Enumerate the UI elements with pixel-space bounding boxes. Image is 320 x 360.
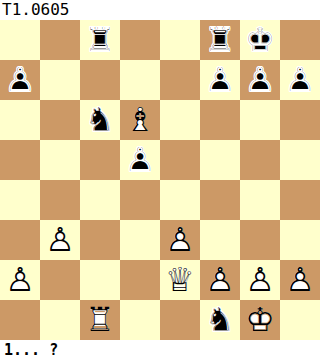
square-h4[interactable]	[280, 180, 320, 220]
square-a5[interactable]	[0, 140, 40, 180]
square-h5[interactable]	[280, 140, 320, 180]
square-f8[interactable]: ♜♖	[200, 20, 240, 60]
move-prompt: 1... ?	[0, 340, 320, 360]
square-h3[interactable]	[280, 220, 320, 260]
square-d3[interactable]	[120, 220, 160, 260]
square-e7[interactable]	[160, 60, 200, 100]
square-c3[interactable]	[80, 220, 120, 260]
square-f3[interactable]	[200, 220, 240, 260]
square-c2[interactable]	[80, 260, 120, 300]
square-h2[interactable]: ♟♙	[280, 260, 320, 300]
square-d5[interactable]: ♟♙	[120, 140, 160, 180]
square-d4[interactable]	[120, 180, 160, 220]
rook-glyph-outline: ♖	[200, 20, 240, 60]
piece-black-pawn[interactable]: ♟♙	[0, 60, 40, 100]
square-h6[interactable]	[280, 100, 320, 140]
square-b7[interactable]	[40, 60, 80, 100]
square-a8[interactable]	[0, 20, 40, 60]
square-f1[interactable]: ♞♘	[200, 300, 240, 340]
pawn-glyph-outline: ♙	[120, 140, 160, 180]
knight-glyph-outline: ♘	[200, 300, 240, 340]
square-c8[interactable]: ♜♖	[80, 20, 120, 60]
square-a6[interactable]	[0, 100, 40, 140]
queen-glyph-outline: ♕	[160, 260, 200, 300]
square-g2[interactable]: ♟♙	[240, 260, 280, 300]
piece-black-pawn[interactable]: ♟♙	[120, 140, 160, 180]
rook-glyph-outline: ♖	[80, 20, 120, 60]
square-g6[interactable]	[240, 100, 280, 140]
piece-white-pawn[interactable]: ♟♙	[160, 220, 200, 260]
piece-black-rook[interactable]: ♜♖	[80, 20, 120, 60]
piece-black-pawn[interactable]: ♟♙	[280, 60, 320, 100]
square-f4[interactable]	[200, 180, 240, 220]
piece-white-pawn[interactable]: ♟♙	[40, 220, 80, 260]
square-g3[interactable]	[240, 220, 280, 260]
chess-board: ♜♖♜♖♚♔♟♙♟♙♟♙♟♙♞♘♝♗♟♙♟♙♟♙♟♙♛♕♟♙♟♙♟♙♜♖♞♘♚♔	[0, 20, 320, 340]
piece-white-king[interactable]: ♚♔	[240, 300, 280, 340]
square-e5[interactable]	[160, 140, 200, 180]
square-b4[interactable]	[40, 180, 80, 220]
square-h7[interactable]: ♟♙	[280, 60, 320, 100]
piece-black-knight[interactable]: ♞♘	[200, 300, 240, 340]
piece-white-pawn[interactable]: ♟♙	[240, 260, 280, 300]
square-c1[interactable]: ♜♖	[80, 300, 120, 340]
square-g5[interactable]	[240, 140, 280, 180]
square-g7[interactable]: ♟♙	[240, 60, 280, 100]
square-g8[interactable]: ♚♔	[240, 20, 280, 60]
pawn-glyph-outline: ♙	[0, 260, 40, 300]
square-f7[interactable]: ♟♙	[200, 60, 240, 100]
square-h1[interactable]	[280, 300, 320, 340]
square-h8[interactable]	[280, 20, 320, 60]
piece-white-pawn[interactable]: ♟♙	[200, 260, 240, 300]
pawn-glyph-outline: ♙	[200, 60, 240, 100]
square-b6[interactable]	[40, 100, 80, 140]
square-e1[interactable]	[160, 300, 200, 340]
square-e6[interactable]	[160, 100, 200, 140]
piece-white-queen[interactable]: ♛♕	[160, 260, 200, 300]
square-f2[interactable]: ♟♙	[200, 260, 240, 300]
pawn-glyph-outline: ♙	[240, 260, 280, 300]
square-e2[interactable]: ♛♕	[160, 260, 200, 300]
square-g4[interactable]	[240, 180, 280, 220]
square-g1[interactable]: ♚♔	[240, 300, 280, 340]
square-d1[interactable]	[120, 300, 160, 340]
bishop-glyph-outline: ♗	[120, 100, 160, 140]
piece-white-bishop[interactable]: ♝♗	[120, 100, 160, 140]
square-a7[interactable]: ♟♙	[0, 60, 40, 100]
square-d2[interactable]	[120, 260, 160, 300]
square-d7[interactable]	[120, 60, 160, 100]
square-a4[interactable]	[0, 180, 40, 220]
pawn-glyph-outline: ♙	[160, 220, 200, 260]
pawn-glyph-outline: ♙	[240, 60, 280, 100]
piece-black-king[interactable]: ♚♔	[240, 20, 280, 60]
square-a1[interactable]	[0, 300, 40, 340]
square-b1[interactable]	[40, 300, 80, 340]
square-c7[interactable]	[80, 60, 120, 100]
square-c6[interactable]: ♞♘	[80, 100, 120, 140]
king-glyph-outline: ♔	[240, 20, 280, 60]
square-c5[interactable]	[80, 140, 120, 180]
square-e4[interactable]	[160, 180, 200, 220]
pawn-glyph-outline: ♙	[280, 260, 320, 300]
pawn-glyph-outline: ♙	[200, 260, 240, 300]
king-glyph-outline: ♔	[240, 300, 280, 340]
pawn-glyph-outline: ♙	[0, 60, 40, 100]
square-f5[interactable]	[200, 140, 240, 180]
piece-black-pawn[interactable]: ♟♙	[240, 60, 280, 100]
pawn-glyph-outline: ♙	[280, 60, 320, 100]
piece-white-pawn[interactable]: ♟♙	[0, 260, 40, 300]
piece-white-rook[interactable]: ♜♖	[80, 300, 120, 340]
piece-black-rook[interactable]: ♜♖	[200, 20, 240, 60]
square-e3[interactable]: ♟♙	[160, 220, 200, 260]
square-a2[interactable]: ♟♙	[0, 260, 40, 300]
piece-white-pawn[interactable]: ♟♙	[280, 260, 320, 300]
piece-black-knight[interactable]: ♞♘	[80, 100, 120, 140]
piece-black-pawn[interactable]: ♟♙	[200, 60, 240, 100]
rook-glyph-outline: ♖	[80, 300, 120, 340]
knight-glyph-outline: ♘	[80, 100, 120, 140]
square-c4[interactable]	[80, 180, 120, 220]
square-b2[interactable]	[40, 260, 80, 300]
square-e8[interactable]	[160, 20, 200, 60]
square-a3[interactable]	[0, 220, 40, 260]
square-d8[interactable]	[120, 20, 160, 60]
square-b3[interactable]: ♟♙	[40, 220, 80, 260]
square-d6[interactable]: ♝♗	[120, 100, 160, 140]
pawn-glyph-outline: ♙	[40, 220, 80, 260]
square-b5[interactable]	[40, 140, 80, 180]
square-f6[interactable]	[200, 100, 240, 140]
puzzle-id: T1.0605	[0, 0, 320, 20]
square-b8[interactable]	[40, 20, 80, 60]
